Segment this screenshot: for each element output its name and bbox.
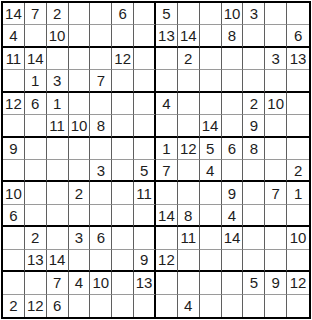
cell-r2c7[interactable] (134, 25, 156, 47)
cell-r4c9[interactable] (178, 70, 200, 92)
cell-r4c2[interactable]: 1 (25, 70, 47, 92)
cell-r10c7[interactable] (134, 205, 156, 227)
cell-r7c1[interactable]: 9 (3, 138, 25, 160)
cell-r14c4[interactable] (69, 295, 91, 317)
cell-r13c4[interactable]: 4 (69, 272, 91, 294)
cell-r7c14[interactable] (287, 138, 309, 160)
cell-r14c11[interactable] (222, 295, 244, 317)
cell-r9c6[interactable] (112, 182, 134, 204)
cell-r11c13[interactable] (265, 227, 287, 249)
cell-r1c5[interactable] (90, 3, 112, 25)
cell-r4c10[interactable] (200, 70, 222, 92)
cell-r10c8[interactable]: 14 (156, 205, 178, 227)
cell-r5c1[interactable]: 12 (3, 93, 25, 115)
cell-r6c3[interactable]: 11 (47, 115, 69, 137)
cell-r4c13[interactable] (265, 70, 287, 92)
cell-r10c5[interactable] (90, 205, 112, 227)
cell-r2c1[interactable]: 4 (3, 25, 25, 47)
cell-r6c6[interactable] (112, 115, 134, 137)
cell-r12c9[interactable] (178, 250, 200, 272)
cell-r8c11[interactable] (222, 160, 244, 182)
cell-r13c14[interactable]: 12 (287, 272, 309, 294)
cell-r11c1[interactable] (3, 227, 25, 249)
cell-r11c2[interactable]: 2 (25, 227, 47, 249)
cell-r2c5[interactable] (90, 25, 112, 47)
cell-r4c6[interactable] (112, 70, 134, 92)
cell-r5c4[interactable] (69, 93, 91, 115)
cell-r5c6[interactable] (112, 93, 134, 115)
cell-r1c2[interactable]: 7 (25, 3, 47, 25)
cell-r6c10[interactable]: 14 (200, 115, 222, 137)
cell-r6c5[interactable]: 8 (90, 115, 112, 137)
cell-r8c9[interactable] (178, 160, 200, 182)
cell-r10c14[interactable] (287, 205, 309, 227)
cell-r1c6[interactable]: 6 (112, 3, 134, 25)
cell-r13c10[interactable] (200, 272, 222, 294)
cell-r9c14[interactable]: 1 (287, 182, 309, 204)
cell-r8c10[interactable]: 4 (200, 160, 222, 182)
cell-r11c3[interactable] (47, 227, 69, 249)
cell-r3c4[interactable] (69, 48, 91, 70)
cell-r12c2[interactable]: 13 (25, 250, 47, 272)
cell-r11c4[interactable]: 3 (69, 227, 91, 249)
cell-r14c2[interactable]: 12 (25, 295, 47, 317)
cell-r9c12[interactable] (243, 182, 265, 204)
cell-r10c2[interactable] (25, 205, 47, 227)
cell-r9c8[interactable] (156, 182, 178, 204)
cell-r8c1[interactable] (3, 160, 25, 182)
cell-r8c14[interactable]: 2 (287, 160, 309, 182)
cell-r11c8[interactable] (156, 227, 178, 249)
cell-r3c3[interactable] (47, 48, 69, 70)
cell-r9c11[interactable]: 9 (222, 182, 244, 204)
cell-r14c3[interactable]: 6 (47, 295, 69, 317)
cell-r5c3[interactable]: 1 (47, 93, 69, 115)
cell-r12c6[interactable] (112, 250, 134, 272)
cell-r9c7[interactable]: 11 (134, 182, 156, 204)
cell-r5c9[interactable] (178, 93, 200, 115)
cell-r1c10[interactable] (200, 3, 222, 25)
cell-r13c9[interactable] (178, 272, 200, 294)
cell-r11c12[interactable] (243, 227, 265, 249)
cell-r2c9[interactable]: 14 (178, 25, 200, 47)
cell-r8c4[interactable] (69, 160, 91, 182)
cell-r1c13[interactable] (265, 3, 287, 25)
cell-r1c7[interactable] (134, 3, 156, 25)
sudoku-board: 1472651034101314861114122313137126142101… (1, 1, 311, 319)
cell-r9c9[interactable] (178, 182, 200, 204)
cell-r9c2[interactable] (25, 182, 47, 204)
cell-r12c4[interactable] (69, 250, 91, 272)
cell-r6c2[interactable] (25, 115, 47, 137)
cell-r2c8[interactable]: 13 (156, 25, 178, 47)
cell-r13c2[interactable] (25, 272, 47, 294)
cell-r7c4[interactable] (69, 138, 91, 160)
cell-r11c14[interactable]: 10 (287, 227, 309, 249)
cell-r6c8[interactable] (156, 115, 178, 137)
cell-r14c12[interactable] (243, 295, 265, 317)
cell-r2c10[interactable] (200, 25, 222, 47)
cell-r3c11[interactable] (222, 48, 244, 70)
cell-r7c3[interactable] (47, 138, 69, 160)
cell-r1c9[interactable] (178, 3, 200, 25)
cell-r12c11[interactable] (222, 250, 244, 272)
cell-r5c10[interactable] (200, 93, 222, 115)
cell-r14c7[interactable] (134, 295, 156, 317)
cell-r10c13[interactable] (265, 205, 287, 227)
cell-r11c6[interactable] (112, 227, 134, 249)
cell-r4c7[interactable] (134, 70, 156, 92)
cell-r8c8[interactable]: 7 (156, 160, 178, 182)
cell-r13c6[interactable] (112, 272, 134, 294)
cell-r1c1[interactable]: 14 (3, 3, 25, 25)
cell-r8c7[interactable]: 5 (134, 160, 156, 182)
cell-r7c6[interactable] (112, 138, 134, 160)
cell-r5c11[interactable] (222, 93, 244, 115)
cell-r3c12[interactable] (243, 48, 265, 70)
cell-r12c1[interactable] (3, 250, 25, 272)
cell-r7c11[interactable]: 6 (222, 138, 244, 160)
cell-r13c5[interactable]: 10 (90, 272, 112, 294)
cell-r14c5[interactable] (90, 295, 112, 317)
cell-r2c2[interactable] (25, 25, 47, 47)
cell-r10c10[interactable] (200, 205, 222, 227)
cell-r2c6[interactable] (112, 25, 134, 47)
cell-r5c12[interactable]: 2 (243, 93, 265, 115)
cell-r4c11[interactable] (222, 70, 244, 92)
cell-r13c11[interactable] (222, 272, 244, 294)
cell-r12c14[interactable] (287, 250, 309, 272)
cell-r3c1[interactable]: 11 (3, 48, 25, 70)
cell-r8c5[interactable]: 3 (90, 160, 112, 182)
cell-r4c5[interactable]: 7 (90, 70, 112, 92)
cell-r4c1[interactable] (3, 70, 25, 92)
cell-r8c6[interactable] (112, 160, 134, 182)
cell-r3c14[interactable]: 13 (287, 48, 309, 70)
cell-r7c8[interactable]: 1 (156, 138, 178, 160)
cell-r10c4[interactable] (69, 205, 91, 227)
cell-r2c11[interactable]: 8 (222, 25, 244, 47)
cell-r6c1[interactable] (3, 115, 25, 137)
cell-r3c7[interactable] (134, 48, 156, 70)
cell-r10c9[interactable]: 8 (178, 205, 200, 227)
cell-r9c4[interactable]: 2 (69, 182, 91, 204)
cell-r6c7[interactable] (134, 115, 156, 137)
cell-r6c9[interactable] (178, 115, 200, 137)
cell-r9c13[interactable]: 7 (265, 182, 287, 204)
cell-r10c3[interactable] (47, 205, 69, 227)
cell-r7c9[interactable]: 12 (178, 138, 200, 160)
cell-r1c3[interactable]: 2 (47, 3, 69, 25)
cell-r11c10[interactable] (200, 227, 222, 249)
puzzle-page: 1472651034101314861114122313137126142101… (0, 0, 312, 320)
cell-r1c4[interactable] (69, 3, 91, 25)
cell-r10c11[interactable]: 4 (222, 205, 244, 227)
cell-r14c13[interactable] (265, 295, 287, 317)
cell-r3c13[interactable]: 3 (265, 48, 287, 70)
cell-r10c12[interactable] (243, 205, 265, 227)
cell-r3c6[interactable]: 12 (112, 48, 134, 70)
cell-r13c8[interactable] (156, 272, 178, 294)
cell-r7c5[interactable] (90, 138, 112, 160)
cell-r6c12[interactable]: 9 (243, 115, 265, 137)
cell-r13c1[interactable] (3, 272, 25, 294)
cell-r12c5[interactable] (90, 250, 112, 272)
cell-r6c11[interactable] (222, 115, 244, 137)
cell-r5c5[interactable] (90, 93, 112, 115)
cell-r2c12[interactable] (243, 25, 265, 47)
cell-r3c9[interactable]: 2 (178, 48, 200, 70)
cell-r12c12[interactable] (243, 250, 265, 272)
cell-r6c14[interactable] (287, 115, 309, 137)
cell-r3c2[interactable]: 14 (25, 48, 47, 70)
cell-r7c10[interactable]: 5 (200, 138, 222, 160)
cell-r1c8[interactable]: 5 (156, 3, 178, 25)
cell-r14c14[interactable] (287, 295, 309, 317)
cell-r3c10[interactable] (200, 48, 222, 70)
cell-r7c7[interactable] (134, 138, 156, 160)
cell-r5c13[interactable]: 10 (265, 93, 287, 115)
cell-r12c3[interactable]: 14 (47, 250, 69, 272)
cell-r11c9[interactable]: 11 (178, 227, 200, 249)
cell-r2c14[interactable]: 6 (287, 25, 309, 47)
cell-r8c13[interactable] (265, 160, 287, 182)
cell-r5c2[interactable]: 6 (25, 93, 47, 115)
cell-r12c10[interactable] (200, 250, 222, 272)
cell-r4c3[interactable]: 3 (47, 70, 69, 92)
cell-r7c13[interactable] (265, 138, 287, 160)
cell-r11c7[interactable] (134, 227, 156, 249)
cell-r9c10[interactable] (200, 182, 222, 204)
cell-r12c13[interactable] (265, 250, 287, 272)
cell-r10c1[interactable]: 6 (3, 205, 25, 227)
cell-r7c12[interactable]: 8 (243, 138, 265, 160)
cell-r14c6[interactable] (112, 295, 134, 317)
cell-r5c8[interactable]: 4 (156, 93, 178, 115)
cell-r2c4[interactable] (69, 25, 91, 47)
cell-r2c13[interactable] (265, 25, 287, 47)
cell-r1c14[interactable] (287, 3, 309, 25)
cell-r8c2[interactable] (25, 160, 47, 182)
cell-r4c4[interactable] (69, 70, 91, 92)
cell-r2c3[interactable]: 10 (47, 25, 69, 47)
cell-r9c5[interactable] (90, 182, 112, 204)
cell-r11c11[interactable]: 14 (222, 227, 244, 249)
cell-r8c3[interactable] (47, 160, 69, 182)
cell-r12c7[interactable]: 9 (134, 250, 156, 272)
cell-r13c13[interactable]: 9 (265, 272, 287, 294)
cell-r5c7[interactable] (134, 93, 156, 115)
cell-r4c14[interactable] (287, 70, 309, 92)
cell-r11c5[interactable]: 6 (90, 227, 112, 249)
cell-r14c9[interactable]: 4 (178, 295, 200, 317)
cell-r12c8[interactable]: 12 (156, 250, 178, 272)
cell-r14c1[interactable]: 2 (3, 295, 25, 317)
cell-r4c12[interactable] (243, 70, 265, 92)
cell-r5c14[interactable] (287, 93, 309, 115)
cell-r6c4[interactable]: 10 (69, 115, 91, 137)
cell-r9c3[interactable] (47, 182, 69, 204)
cell-r8c12[interactable] (243, 160, 265, 182)
cell-r1c11[interactable]: 10 (222, 3, 244, 25)
cell-r3c5[interactable] (90, 48, 112, 70)
cell-r9c1[interactable]: 10 (3, 182, 25, 204)
cell-r14c10[interactable] (200, 295, 222, 317)
cell-r4c8[interactable] (156, 70, 178, 92)
cell-r13c12[interactable]: 5 (243, 272, 265, 294)
cell-r10c6[interactable] (112, 205, 134, 227)
cell-r6c13[interactable] (265, 115, 287, 137)
cell-r7c2[interactable] (25, 138, 47, 160)
cell-r13c7[interactable]: 13 (134, 272, 156, 294)
cell-r14c8[interactable] (156, 295, 178, 317)
cell-r3c8[interactable] (156, 48, 178, 70)
cell-r13c3[interactable]: 7 (47, 272, 69, 294)
cell-r1c12[interactable]: 3 (243, 3, 265, 25)
